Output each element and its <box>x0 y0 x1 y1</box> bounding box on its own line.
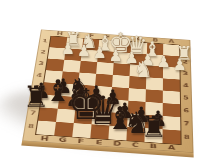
rank-label: 1 <box>179 45 191 57</box>
rank-label: 6 <box>180 104 193 118</box>
rank-label: 2 <box>179 56 191 68</box>
square-b4[interactable] <box>146 77 163 90</box>
square-b6[interactable] <box>145 102 163 116</box>
rank-label: 6 <box>28 94 42 108</box>
rank-label: 2 <box>36 46 49 58</box>
square-g8[interactable] <box>54 122 74 137</box>
file-label: D <box>115 35 131 42</box>
square-c6[interactable] <box>128 101 146 115</box>
file-label: A <box>162 143 180 152</box>
file-label: H <box>35 134 54 143</box>
square-g7[interactable] <box>56 109 75 123</box>
file-label: E <box>99 34 115 41</box>
square-g6[interactable] <box>58 96 77 110</box>
square-c8[interactable] <box>126 127 144 142</box>
square-a4[interactable] <box>163 78 180 91</box>
square-h7[interactable] <box>38 107 58 121</box>
file-label: F <box>71 137 90 146</box>
square-b8[interactable] <box>144 128 162 143</box>
square-e5[interactable] <box>94 86 112 100</box>
square-a7[interactable] <box>163 116 181 131</box>
square-e6[interactable] <box>93 98 111 112</box>
square-h6[interactable] <box>40 95 59 109</box>
square-h8[interactable] <box>36 121 56 136</box>
square-a6[interactable] <box>163 103 180 117</box>
square-d5[interactable] <box>111 87 129 101</box>
square-e4[interactable] <box>95 74 113 87</box>
rank-labels-right: 12345678 <box>179 45 193 145</box>
rank-label: 7 <box>180 117 193 131</box>
file-label: E <box>90 138 109 147</box>
square-c7[interactable] <box>127 114 145 129</box>
square-a5[interactable] <box>163 91 180 105</box>
rank-label: 3 <box>179 68 191 81</box>
rank-label: 8 <box>23 120 38 134</box>
square-f7[interactable] <box>74 110 93 124</box>
square-b5[interactable] <box>146 89 163 103</box>
square-d7[interactable] <box>109 112 127 127</box>
square-d8[interactable] <box>108 126 127 141</box>
square-b7[interactable] <box>145 115 163 130</box>
square-g5[interactable] <box>59 83 78 97</box>
square-e8[interactable] <box>90 124 109 139</box>
file-label: G <box>53 135 72 144</box>
square-a8[interactable] <box>163 129 181 144</box>
file-label: F <box>83 33 100 40</box>
square-h5[interactable] <box>42 82 61 96</box>
square-e7[interactable] <box>92 111 111 125</box>
square-d6[interactable] <box>110 99 128 113</box>
file-label: G <box>67 31 84 38</box>
rank-label: 4 <box>180 80 192 93</box>
file-label: C <box>131 36 147 43</box>
board-grid <box>36 36 180 144</box>
rank-label: 5 <box>180 92 192 105</box>
file-label: B <box>147 37 163 44</box>
rank-label: 3 <box>34 58 48 70</box>
file-label: B <box>144 142 162 151</box>
chess-photo-scene: HGFEDCBA HGFEDCBA 12345678 12345678 ♜♝♛♚… <box>0 0 220 165</box>
rank-label: 4 <box>32 69 46 82</box>
file-label: D <box>108 139 127 148</box>
rank-label: 1 <box>38 35 51 47</box>
file-label: C <box>126 141 144 150</box>
square-f6[interactable] <box>75 97 94 111</box>
file-label: H <box>51 30 68 37</box>
rank-label: 8 <box>180 131 193 146</box>
square-c5[interactable] <box>128 88 146 102</box>
file-label: A <box>163 38 179 45</box>
square-f8[interactable] <box>72 123 91 138</box>
rank-label: 5 <box>30 81 44 94</box>
rank-label: 7 <box>26 107 41 121</box>
chess-board: HGFEDCBA HGFEDCBA 12345678 12345678 <box>22 30 193 153</box>
square-f5[interactable] <box>77 85 95 99</box>
